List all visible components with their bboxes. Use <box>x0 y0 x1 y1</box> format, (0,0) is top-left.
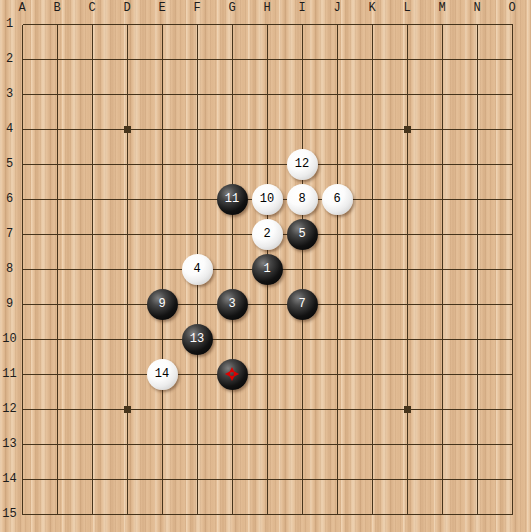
star-point-L4 <box>404 126 411 133</box>
star-point-L12 <box>404 406 411 413</box>
column-label-H: H <box>263 1 270 15</box>
row-label-8: 8 <box>0 262 19 276</box>
stone-number: 9 <box>158 298 165 310</box>
column-label-D: D <box>123 1 130 15</box>
column-label-J: J <box>333 1 340 15</box>
stone-number: 12 <box>295 158 309 170</box>
row-label-13: 13 <box>0 437 19 451</box>
red-cross-last-move-icon <box>225 367 240 382</box>
gomoku-board[interactable]: ABCDEFGHIJKLMNO 123456789101112131415 12… <box>0 0 531 532</box>
stone-number: 7 <box>298 298 305 310</box>
stone-white-6[interactable]: 6 <box>322 184 353 215</box>
stone-white-14[interactable]: 14 <box>147 359 178 390</box>
stone-number: 5 <box>298 228 305 240</box>
stone-black-9[interactable]: 9 <box>147 289 178 320</box>
stone-black-5[interactable]: 5 <box>287 219 318 250</box>
stone-number: 13 <box>190 333 204 345</box>
row-label-11: 11 <box>0 367 19 381</box>
row-label-7: 7 <box>0 227 19 241</box>
stone-number: 2 <box>263 228 270 240</box>
stone-number: 10 <box>260 193 274 205</box>
column-label-O: O <box>508 1 515 15</box>
row-label-3: 3 <box>0 87 19 101</box>
stone-number: 14 <box>155 368 169 380</box>
stone-number: 6 <box>333 193 340 205</box>
row-label-6: 6 <box>0 192 19 206</box>
column-label-N: N <box>473 1 480 15</box>
stone-black-13[interactable]: 13 <box>182 324 213 355</box>
stone-number: 8 <box>298 193 305 205</box>
column-label-M: M <box>438 1 445 15</box>
row-label-5: 5 <box>0 157 19 171</box>
star-point-D12 <box>124 406 131 413</box>
stone-black-1[interactable]: 1 <box>252 254 283 285</box>
stone-white-4[interactable]: 4 <box>182 254 213 285</box>
column-label-L: L <box>403 1 410 15</box>
row-label-4: 4 <box>0 122 19 136</box>
column-label-C: C <box>88 1 95 15</box>
stone-black-15[interactable] <box>217 359 248 390</box>
column-label-E: E <box>158 1 165 15</box>
stone-black-7[interactable]: 7 <box>287 289 318 320</box>
stone-black-3[interactable]: 3 <box>217 289 248 320</box>
column-label-B: B <box>53 1 60 15</box>
column-label-G: G <box>228 1 235 15</box>
column-label-K: K <box>368 1 375 15</box>
row-label-1: 1 <box>0 17 19 31</box>
row-label-15: 15 <box>0 507 19 521</box>
row-label-14: 14 <box>0 472 19 486</box>
stone-number: 1 <box>263 263 270 275</box>
stone-number: 4 <box>193 263 200 275</box>
stone-white-10[interactable]: 10 <box>252 184 283 215</box>
row-label-12: 12 <box>0 402 19 416</box>
row-label-9: 9 <box>0 297 19 311</box>
stone-white-2[interactable]: 2 <box>252 219 283 250</box>
stone-black-11[interactable]: 11 <box>217 184 248 215</box>
row-label-10: 10 <box>0 332 19 346</box>
column-label-I: I <box>298 1 305 15</box>
stone-number: 11 <box>225 193 239 205</box>
stone-number: 3 <box>228 298 235 310</box>
star-point-D4 <box>124 126 131 133</box>
column-label-A: A <box>18 1 25 15</box>
row-label-2: 2 <box>0 52 19 66</box>
stone-white-12[interactable]: 12 <box>287 149 318 180</box>
stone-white-8[interactable]: 8 <box>287 184 318 215</box>
column-label-F: F <box>193 1 200 15</box>
